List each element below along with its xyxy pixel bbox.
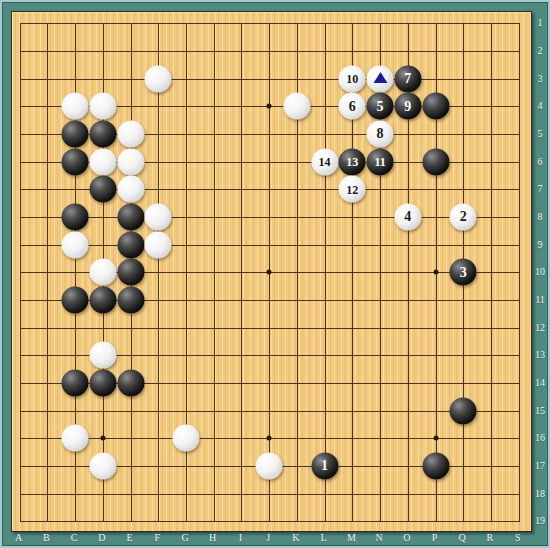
go-board-frame: 1076598141311124231 ABCDEFGHIJKLMNOPQRS …	[0, 0, 550, 548]
move-number: 2	[460, 210, 467, 224]
stone-black-Q15	[450, 397, 477, 424]
col-label-M: M	[347, 532, 356, 543]
row-label-5: 5	[538, 127, 543, 138]
stone-white-F3	[145, 65, 172, 92]
star-point-P16	[433, 436, 438, 441]
stone-white-C4	[62, 93, 89, 120]
stone-white-Q8: 2	[450, 203, 477, 230]
grid-hline-19	[20, 521, 520, 522]
col-label-L: L	[321, 532, 327, 543]
stone-black-O3: 7	[394, 65, 421, 92]
row-label-18: 18	[535, 487, 545, 498]
move-number: 6	[349, 99, 356, 113]
move-number: 5	[377, 99, 384, 113]
row-label-17: 17	[535, 459, 545, 470]
stone-black-N6: 11	[367, 148, 394, 175]
move-number: 4	[404, 210, 411, 224]
move-number: 7	[404, 72, 411, 86]
stone-white-D13	[89, 342, 116, 369]
stone-black-D5	[89, 120, 116, 147]
move-number: 1	[321, 459, 328, 473]
col-label-N: N	[375, 532, 382, 543]
grid-vline-L	[325, 23, 326, 522]
col-label-C: C	[71, 532, 78, 543]
col-label-E: E	[127, 532, 133, 543]
stone-white-D4	[89, 93, 116, 120]
grid-vline-R	[491, 23, 492, 522]
stone-white-F9	[145, 231, 172, 258]
move-number: 9	[404, 99, 411, 113]
stone-white-O8: 4	[394, 203, 421, 230]
stone-white-E5	[117, 120, 144, 147]
stone-white-G16	[173, 425, 200, 452]
move-number: 3	[460, 265, 467, 279]
stone-black-E11	[117, 286, 144, 313]
move-number: 8	[377, 127, 384, 141]
stone-white-C9	[62, 231, 89, 258]
stone-white-N3	[367, 65, 394, 92]
stone-black-P17	[422, 452, 449, 479]
stone-black-P6	[422, 148, 449, 175]
stone-white-D6	[89, 148, 116, 175]
col-label-Q: Q	[459, 532, 466, 543]
row-label-19: 19	[535, 515, 545, 526]
stone-white-D10	[89, 259, 116, 286]
stone-white-L6: 14	[311, 148, 338, 175]
row-label-3: 3	[538, 72, 543, 83]
row-label-9: 9	[538, 238, 543, 249]
row-label-14: 14	[535, 376, 545, 387]
row-label-1: 1	[538, 17, 543, 28]
row-label-10: 10	[535, 266, 545, 277]
stone-black-C14	[62, 369, 89, 396]
star-point-J10	[267, 270, 272, 275]
stone-black-C5	[62, 120, 89, 147]
stone-black-L17: 1	[311, 452, 338, 479]
row-label-13: 13	[535, 349, 545, 360]
stone-white-E7	[117, 176, 144, 203]
grid-hline-18	[20, 494, 520, 495]
stone-black-E10	[117, 259, 144, 286]
stone-white-C16	[62, 425, 89, 452]
stone-black-E14	[117, 369, 144, 396]
star-point-J16	[267, 436, 272, 441]
star-point-P10	[433, 270, 438, 275]
go-board[interactable]: 1076598141311124231	[11, 11, 532, 532]
stone-black-C8	[62, 203, 89, 230]
stone-black-D14	[89, 369, 116, 396]
stone-black-O4: 9	[394, 93, 421, 120]
stone-white-M4: 6	[339, 93, 366, 120]
stone-white-D17	[89, 452, 116, 479]
col-label-K: K	[292, 532, 299, 543]
col-label-I: I	[239, 532, 242, 543]
col-label-O: O	[403, 532, 410, 543]
stone-black-C6	[62, 148, 89, 175]
stone-white-M3: 10	[339, 65, 366, 92]
stone-black-M6: 13	[339, 148, 366, 175]
stone-white-J17	[256, 452, 283, 479]
move-number: 10	[346, 73, 358, 85]
stone-black-E8	[117, 203, 144, 230]
row-label-15: 15	[535, 404, 545, 415]
row-label-16: 16	[535, 432, 545, 443]
stone-white-N5: 8	[367, 120, 394, 147]
col-label-G: G	[181, 532, 188, 543]
col-label-R: R	[487, 532, 494, 543]
stone-black-C11	[62, 286, 89, 313]
row-label-12: 12	[535, 321, 545, 332]
stone-white-E6	[117, 148, 144, 175]
triangle-marker-icon	[373, 72, 387, 83]
row-label-6: 6	[538, 155, 543, 166]
stone-black-P4	[422, 93, 449, 120]
stone-black-E9	[117, 231, 144, 258]
col-label-P: P	[432, 532, 438, 543]
stone-white-F8	[145, 203, 172, 230]
stone-white-K4	[283, 93, 310, 120]
col-label-H: H	[209, 532, 216, 543]
row-label-2: 2	[538, 44, 543, 55]
stone-black-D11	[89, 286, 116, 313]
grid-hline-15	[20, 411, 520, 412]
move-number: 12	[346, 183, 358, 195]
star-point-D16	[100, 436, 105, 441]
row-label-7: 7	[538, 183, 543, 194]
move-number: 14	[319, 156, 331, 168]
col-label-S: S	[515, 532, 521, 543]
move-number: 11	[374, 156, 385, 168]
col-label-D: D	[98, 532, 105, 543]
col-label-F: F	[155, 532, 161, 543]
stone-black-N4: 5	[367, 93, 394, 120]
row-label-11: 11	[535, 293, 545, 304]
col-label-B: B	[43, 532, 50, 543]
col-label-J: J	[266, 532, 270, 543]
col-label-A: A	[15, 532, 22, 543]
star-point-J4	[267, 104, 272, 109]
stone-black-Q10: 3	[450, 259, 477, 286]
row-label-4: 4	[538, 100, 543, 111]
grid-vline-S	[519, 23, 520, 522]
move-number: 13	[346, 156, 358, 168]
grid-hline-12	[20, 328, 520, 329]
stone-black-D7	[89, 176, 116, 203]
row-label-8: 8	[538, 210, 543, 221]
stone-white-M7: 12	[339, 176, 366, 203]
